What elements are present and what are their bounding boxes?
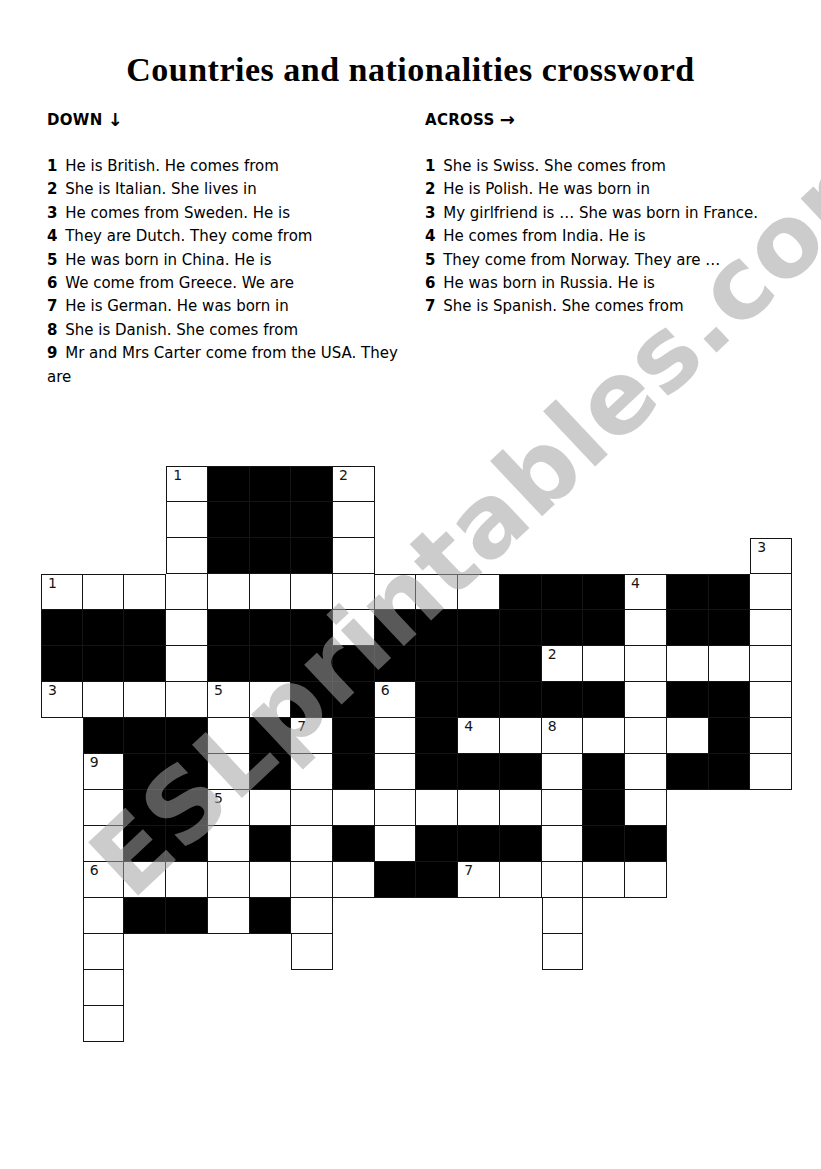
empty-r0-c11 [500,466,542,502]
down-clue-number: 1 [47,157,57,175]
empty-r13-c0 [41,934,83,970]
empty-r2-c15 [667,538,709,574]
empty-r14-c11 [500,970,542,1006]
cell-r8-c17[interactable] [750,754,792,790]
cell-r6-c0[interactable]: 3 [41,682,83,718]
across-clue-list: 1 She is Swiss. She comes from2 He is Po… [425,155,787,319]
empty-r12-c8 [375,898,417,934]
down-arrow-icon: ↓ [108,109,123,130]
cell-r3-c7[interactable] [333,574,375,610]
empty-r13-c3 [166,934,208,970]
black-cell-r7-c1 [83,718,125,754]
cell-r11-c14[interactable] [625,862,667,898]
down-clue-8: 8 She is Danish. She comes from [47,319,405,342]
empty-r9-c0 [41,790,83,826]
cell-r10-c6[interactable] [291,826,333,862]
empty-r1-c14 [625,502,667,538]
black-cell-r0-c6 [291,466,333,502]
cell-r11-c7[interactable] [333,862,375,898]
clue-number-2: 2 [548,646,557,663]
cell-r11-c12[interactable] [542,862,584,898]
cell-r9-c11[interactable] [500,790,542,826]
empty-r0-c0 [41,466,83,502]
cell-r8-c12[interactable] [542,754,584,790]
empty-r7-c0 [41,718,83,754]
black-cell-r5-c5 [250,646,292,682]
black-cell-r6-c9 [416,682,458,718]
cell-r7-c15[interactable] [667,718,709,754]
empty-r13-c14 [625,934,667,970]
black-cell-r9-c13 [583,790,625,826]
across-clue-3: 3 My girlfriend is … She was born in Fra… [425,202,787,225]
empty-r15-c5 [250,1006,292,1042]
black-cell-r5-c11 [500,646,542,682]
empty-r0-c14 [625,466,667,502]
down-clue-6: 6 We come from Greece. We are [47,272,405,295]
cell-r9-c12[interactable] [542,790,584,826]
crossword-grid: 1231423567489567 [41,466,792,1042]
black-cell-r4-c5 [250,610,292,646]
clue-number-6: 6 [90,862,99,879]
black-cell-r10-c2 [124,826,166,862]
empty-r14-c17 [750,970,792,1006]
clue-number-7: 7 [464,862,473,879]
clue-number-9: 9 [90,754,99,771]
black-cell-r5-c9 [416,646,458,682]
cell-r2-c3[interactable] [166,538,208,574]
empty-r15-c3 [166,1006,208,1042]
black-cell-r0-c5 [250,466,292,502]
empty-r9-c16 [709,790,751,826]
black-cell-r10-c14 [625,826,667,862]
across-clue-1: 1 She is Swiss. She comes from [425,155,787,178]
empty-r1-c11 [500,502,542,538]
cell-r7-c11[interactable] [500,718,542,754]
empty-r14-c8 [375,970,417,1006]
cell-r3-c3[interactable] [166,574,208,610]
empty-r13-c2 [124,934,166,970]
clue-number-5: 5 [214,790,223,807]
black-cell-r8-c9 [416,754,458,790]
black-cell-r7-c3 [166,718,208,754]
black-cell-r1-c5 [250,502,292,538]
cell-r7-c12[interactable]: 8 [542,718,584,754]
cell-r3-c0[interactable]: 1 [41,574,83,610]
down-clue-number: 4 [47,227,57,245]
cell-r11-c11[interactable] [500,862,542,898]
cell-r4-c3[interactable] [166,610,208,646]
empty-r14-c7 [333,970,375,1006]
black-cell-r10-c7 [333,826,375,862]
empty-r15-c16 [709,1006,751,1042]
black-cell-r7-c16 [709,718,751,754]
black-cell-r4-c16 [709,610,751,646]
black-cell-r5-c4 [208,646,250,682]
cell-r14-c1[interactable] [83,970,125,1006]
clue-number-4: 4 [631,575,640,592]
clue-number-1: 1 [48,575,57,592]
down-clue-9: 9 Mr and Mrs Carter come from the USA. T… [47,342,405,389]
empty-r1-c16 [709,502,751,538]
cell-r8-c8[interactable] [375,754,417,790]
black-cell-r8-c10 [458,754,500,790]
across-clue-number: 5 [425,251,435,269]
cell-r12-c1[interactable] [83,898,125,934]
clue-number-2: 2 [339,467,348,484]
black-cell-r4-c9 [416,610,458,646]
empty-r13-c16 [709,934,751,970]
empty-r12-c0 [41,898,83,934]
empty-r13-c7 [333,934,375,970]
cell-r15-c1[interactable] [83,1006,125,1042]
down-clue-list: 1 He is British. He comes from2 She is I… [47,155,405,389]
empty-r2-c11 [500,538,542,574]
empty-r12-c17 [750,898,792,934]
cell-r6-c4[interactable]: 5 [208,682,250,718]
cell-r10-c8[interactable] [375,826,417,862]
cell-r11-c1[interactable]: 6 [83,862,125,898]
black-cell-r10-c5 [250,826,292,862]
empty-r14-c2 [124,970,166,1006]
cell-r3-c14[interactable]: 4 [625,574,667,610]
cell-r7-c6[interactable]: 7 [291,718,333,754]
empty-r12-c16 [709,898,751,934]
cell-r8-c4[interactable] [208,754,250,790]
cell-r6-c17[interactable] [750,682,792,718]
cell-r11-c3[interactable] [166,862,208,898]
black-cell-r7-c7 [333,718,375,754]
empty-r11-c0 [41,862,83,898]
black-cell-r6-c6 [291,682,333,718]
empty-r1-c15 [667,502,709,538]
empty-r2-c9 [416,538,458,574]
empty-r10-c17 [750,826,792,862]
cell-r9-c6[interactable] [291,790,333,826]
black-cell-r5-c7 [333,646,375,682]
empty-r0-c1 [83,466,125,502]
empty-r14-c0 [41,970,83,1006]
empty-r10-c0 [41,826,83,862]
empty-r13-c9 [416,934,458,970]
cell-r10-c12[interactable] [542,826,584,862]
clue-number-3: 3 [48,682,57,699]
cell-r6-c14[interactable] [625,682,667,718]
cell-r7-c10[interactable]: 4 [458,718,500,754]
cell-r8-c6[interactable] [291,754,333,790]
cell-r8-c14[interactable] [625,754,667,790]
cell-r6-c8[interactable]: 6 [375,682,417,718]
black-cell-r4-c15 [667,610,709,646]
cell-r4-c14[interactable] [625,610,667,646]
across-clue-5: 5 They come from Norway. They are … [425,249,787,272]
empty-r14-c16 [709,970,751,1006]
right-arrow-icon: → [500,109,515,130]
cell-r12-c6[interactable] [291,898,333,934]
empty-r15-c7 [333,1006,375,1042]
empty-r15-c14 [625,1006,667,1042]
empty-r15-c11 [500,1006,542,1042]
cell-r6-c2[interactable] [124,682,166,718]
clue-number-6: 6 [381,682,390,699]
empty-r15-c4 [208,1006,250,1042]
empty-r14-c4 [208,970,250,1006]
black-cell-r8-c5 [250,754,292,790]
cell-r5-c17[interactable] [750,646,792,682]
cell-r11-c2[interactable] [124,862,166,898]
cell-r9-c4[interactable]: 5 [208,790,250,826]
black-cell-r4-c6 [291,610,333,646]
cell-r12-c12[interactable] [542,898,584,934]
black-cell-r4-c12 [542,610,584,646]
down-clue-1: 1 He is British. He comes from [47,155,405,178]
cell-r5-c3[interactable] [166,646,208,682]
cell-r9-c9[interactable] [416,790,458,826]
cell-r5-c14[interactable] [625,646,667,682]
cell-r12-c4[interactable] [208,898,250,934]
cell-r3-c10[interactable] [458,574,500,610]
empty-r11-c16 [709,862,751,898]
cell-r3-c6[interactable] [291,574,333,610]
black-cell-r4-c0 [41,610,83,646]
cell-r11-c5[interactable] [250,862,292,898]
black-cell-r10-c11 [500,826,542,862]
cell-r3-c8[interactable] [375,574,417,610]
down-clue-7: 7 He is German. He was born in [47,295,405,318]
cell-r11-c10[interactable]: 7 [458,862,500,898]
black-cell-r11-c9 [416,862,458,898]
black-cell-r4-c13 [583,610,625,646]
black-cell-r4-c8 [375,610,417,646]
empty-r14-c5 [250,970,292,1006]
down-clue-4: 4 They are Dutch. They come from [47,225,405,248]
across-header: ACROSS→ [425,108,787,129]
down-clue-number: 5 [47,251,57,269]
black-cell-r1-c6 [291,502,333,538]
cell-r0-c7[interactable]: 2 [333,466,375,502]
down-section: DOWN↓ 1 He is British. He comes from2 Sh… [47,108,405,389]
cell-r5-c12[interactable]: 2 [542,646,584,682]
empty-r2-c0 [41,538,83,574]
empty-r15-c9 [416,1006,458,1042]
cell-r11-c4[interactable] [208,862,250,898]
clue-number-5: 5 [214,682,223,699]
cell-r13-c1[interactable] [83,934,125,970]
cell-r6-c1[interactable] [83,682,125,718]
empty-r14-c14 [625,970,667,1006]
cell-r1-c3[interactable] [166,502,208,538]
cell-r9-c1[interactable] [83,790,125,826]
black-cell-r7-c5 [250,718,292,754]
empty-r14-c3 [166,970,208,1006]
empty-r0-c15 [667,466,709,502]
cell-r8-c1[interactable]: 9 [83,754,125,790]
cell-r11-c13[interactable] [583,862,625,898]
empty-r12-c15 [667,898,709,934]
black-cell-r3-c16 [709,574,751,610]
empty-r12-c13 [583,898,625,934]
black-cell-r12-c5 [250,898,292,934]
empty-r14-c9 [416,970,458,1006]
empty-r15-c15 [667,1006,709,1042]
empty-r13-c17 [750,934,792,970]
empty-r15-c12 [542,1006,584,1042]
down-clue-number: 7 [47,297,57,315]
worksheet-title: Countries and nationalities crossword [0,51,821,89]
black-cell-r5-c8 [375,646,417,682]
empty-r0-c13 [583,466,625,502]
cell-r1-c7[interactable] [333,502,375,538]
empty-r13-c4 [208,934,250,970]
cell-r6-c3[interactable] [166,682,208,718]
cell-r0-c3[interactable]: 1 [166,466,208,502]
empty-r10-c15 [667,826,709,862]
empty-r1-c0 [41,502,83,538]
clue-number-4: 4 [464,718,473,735]
across-clue-number: 6 [425,274,435,292]
cell-r2-c17[interactable]: 3 [750,538,792,574]
empty-r1-c2 [124,502,166,538]
empty-r14-c10 [458,970,500,1006]
black-cell-r9-c3 [166,790,208,826]
black-cell-r12-c3 [166,898,208,934]
across-clue-4: 4 He comes from India. He is [425,225,787,248]
empty-r15-c0 [41,1006,83,1042]
cell-r11-c6[interactable] [291,862,333,898]
black-cell-r8-c3 [166,754,208,790]
cell-r9-c14[interactable] [625,790,667,826]
cell-r9-c8[interactable] [375,790,417,826]
empty-r1-c9 [416,502,458,538]
cell-r3-c2[interactable] [124,574,166,610]
empty-r9-c17 [750,790,792,826]
across-clue-number: 4 [425,227,435,245]
empty-r13-c15 [667,934,709,970]
empty-r0-c9 [416,466,458,502]
black-cell-r6-c12 [542,682,584,718]
black-cell-r6-c15 [667,682,709,718]
cell-r7-c8[interactable] [375,718,417,754]
black-cell-r11-c8 [375,862,417,898]
black-cell-r2-c5 [250,538,292,574]
cell-r5-c13[interactable] [583,646,625,682]
cell-r5-c15[interactable] [667,646,709,682]
empty-r1-c13 [583,502,625,538]
black-cell-r10-c9 [416,826,458,862]
empty-r12-c9 [416,898,458,934]
empty-r1-c1 [83,502,125,538]
black-cell-r2-c4 [208,538,250,574]
black-cell-r5-c0 [41,646,83,682]
black-cell-r8-c2 [124,754,166,790]
cell-r9-c7[interactable] [333,790,375,826]
black-cell-r2-c6 [291,538,333,574]
clue-number-1: 1 [173,467,182,484]
empty-r2-c1 [83,538,125,574]
empty-r15-c2 [124,1006,166,1042]
cell-r10-c4[interactable] [208,826,250,862]
down-clue-number: 6 [47,274,57,292]
cell-r3-c17[interactable] [750,574,792,610]
black-cell-r8-c13 [583,754,625,790]
cell-r9-c10[interactable] [458,790,500,826]
empty-r13-c8 [375,934,417,970]
empty-r13-c10 [458,934,500,970]
cell-r7-c14[interactable] [625,718,667,754]
across-clue-number: 7 [425,297,435,315]
cell-r3-c5[interactable] [250,574,292,610]
cell-r7-c17[interactable] [750,718,792,754]
cell-r4-c17[interactable] [750,610,792,646]
cell-r7-c4[interactable] [208,718,250,754]
black-cell-r5-c2 [124,646,166,682]
empty-r2-c14 [625,538,667,574]
empty-r12-c14 [625,898,667,934]
black-cell-r3-c15 [667,574,709,610]
black-cell-r5-c6 [291,646,333,682]
clue-number-3: 3 [757,539,766,556]
cell-r2-c7[interactable] [333,538,375,574]
empty-r1-c8 [375,502,417,538]
down-clue-5: 5 He was born in China. He is [47,249,405,272]
black-cell-r12-c2 [124,898,166,934]
cell-r3-c9[interactable] [416,574,458,610]
empty-r2-c16 [709,538,751,574]
cell-r6-c5[interactable] [250,682,292,718]
empty-r9-c15 [667,790,709,826]
down-clue-3: 3 He comes from Sweden. He is [47,202,405,225]
empty-r0-c17 [750,466,792,502]
empty-r2-c2 [124,538,166,574]
cell-r3-c1[interactable] [83,574,125,610]
down-clue-number: 9 [47,344,57,362]
cell-r4-c7[interactable] [333,610,375,646]
cell-r7-c13[interactable] [583,718,625,754]
down-clue-number: 8 [47,321,57,339]
black-cell-r5-c1 [83,646,125,682]
empty-r14-c12 [542,970,584,1006]
cell-r10-c1[interactable] [83,826,125,862]
cell-r9-c5[interactable] [250,790,292,826]
black-cell-r6-c11 [500,682,542,718]
down-clue-number: 2 [47,180,57,198]
cell-r5-c16[interactable] [709,646,751,682]
cell-r13-c6[interactable] [291,934,333,970]
empty-r13-c5 [250,934,292,970]
black-cell-r8-c7 [333,754,375,790]
empty-r0-c10 [458,466,500,502]
empty-r13-c13 [583,934,625,970]
across-clue-number: 3 [425,204,435,222]
black-cell-r3-c11 [500,574,542,610]
cell-r3-c4[interactable] [208,574,250,610]
empty-r15-c17 [750,1006,792,1042]
empty-r0-c16 [709,466,751,502]
black-cell-r3-c13 [583,574,625,610]
empty-r0-c2 [124,466,166,502]
empty-r2-c10 [458,538,500,574]
empty-r1-c12 [542,502,584,538]
down-header-label: DOWN [47,111,103,129]
black-cell-r6-c7 [333,682,375,718]
black-cell-r6-c10 [458,682,500,718]
empty-r0-c12 [542,466,584,502]
clue-number-8: 8 [548,718,557,735]
cell-r13-c12[interactable] [542,934,584,970]
empty-r15-c10 [458,1006,500,1042]
empty-r15-c13 [583,1006,625,1042]
across-section: ACROSS→ 1 She is Swiss. She comes from2 … [425,108,787,319]
down-clue-2: 2 She is Italian. She lives in [47,178,405,201]
